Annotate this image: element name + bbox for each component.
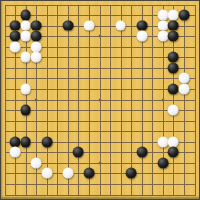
white-stone	[20, 52, 31, 63]
white-stone	[157, 31, 168, 42]
white-stone	[31, 157, 42, 168]
black-stone	[41, 136, 52, 147]
white-stone	[41, 168, 52, 179]
white-stone	[168, 105, 179, 116]
white-stone	[157, 136, 168, 147]
black-stone	[20, 10, 31, 21]
grid-line-horizontal	[5, 173, 196, 174]
black-stone	[73, 147, 84, 158]
black-stone	[10, 20, 21, 31]
grid-line-horizontal	[5, 195, 196, 196]
black-stone	[31, 31, 42, 42]
white-stone	[20, 31, 31, 42]
grid-line-horizontal	[5, 121, 196, 122]
star-point	[161, 98, 164, 101]
star-point	[98, 98, 101, 101]
white-stone	[179, 84, 190, 95]
grid-line-horizontal	[5, 110, 196, 111]
grid-line-vertical	[184, 5, 185, 196]
star-point	[35, 98, 38, 101]
white-stone	[168, 136, 179, 147]
screenshot	[0, 0, 200, 200]
black-stone	[168, 20, 179, 31]
black-stone	[20, 105, 31, 116]
black-stone	[126, 168, 137, 179]
black-stone	[136, 20, 147, 31]
go-board[interactable]	[0, 0, 200, 200]
black-stone	[31, 20, 42, 31]
black-stone	[168, 84, 179, 95]
grid-line-vertical	[152, 5, 153, 196]
white-stone	[157, 20, 168, 31]
black-stone	[168, 31, 179, 42]
white-stone	[20, 20, 31, 31]
black-stone	[168, 147, 179, 158]
grid-line-vertical	[195, 5, 196, 196]
black-stone	[157, 157, 168, 168]
white-stone	[84, 20, 95, 31]
white-stone	[10, 41, 21, 52]
black-stone	[20, 136, 31, 147]
white-stone	[62, 168, 73, 179]
white-stone	[157, 10, 168, 21]
black-stone	[62, 20, 73, 31]
white-stone	[179, 73, 190, 84]
black-stone	[10, 136, 21, 147]
white-stone	[31, 52, 42, 63]
black-stone	[168, 52, 179, 63]
black-stone	[10, 31, 21, 42]
star-point	[98, 35, 101, 38]
grid-line-vertical	[121, 5, 122, 196]
white-stone	[115, 20, 126, 31]
white-stone	[31, 41, 42, 52]
grid-line-vertical	[131, 5, 132, 196]
grid-line-vertical	[110, 5, 111, 196]
grid-line-horizontal	[5, 152, 196, 153]
star-point	[98, 161, 101, 164]
white-stone	[10, 147, 21, 158]
grid-line-horizontal	[5, 184, 196, 185]
white-stone	[136, 31, 147, 42]
black-stone	[136, 147, 147, 158]
black-stone	[168, 62, 179, 73]
white-stone	[168, 10, 179, 21]
white-stone	[20, 84, 31, 95]
grid-line-horizontal	[5, 131, 196, 132]
black-stone	[179, 10, 190, 21]
black-stone	[84, 168, 95, 179]
